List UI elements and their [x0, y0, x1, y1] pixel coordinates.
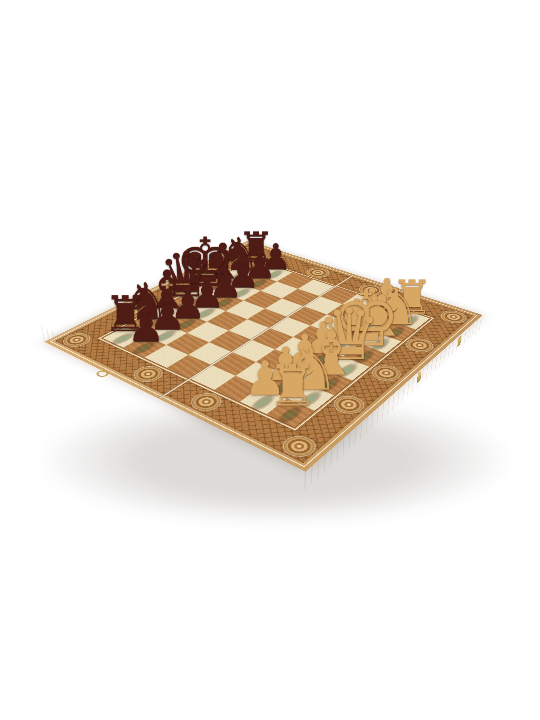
piece-black-pawn-a7[interactable]: ♟: [103, 307, 190, 347]
product-photo-scene: ♜♞♝♛♚♝♞♜♟♟♟♟♟♟♟♟♟♟♟♟♟♟♟♟♜♞♝♛♚♝♞♜: [0, 0, 540, 720]
piece-white-rook-a1[interactable]: ♜: [243, 359, 342, 413]
brass-clasp-upper: [417, 372, 421, 383]
brass-clasp-lower: [458, 336, 462, 346]
